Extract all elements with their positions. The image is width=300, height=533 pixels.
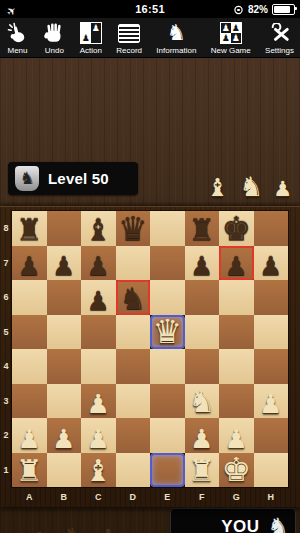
captured-white-bishop: ♝ (207, 175, 229, 200)
square-b1[interactable] (47, 453, 82, 488)
square-e3[interactable] (150, 384, 185, 419)
square-h1[interactable] (254, 453, 289, 488)
wood-background: ♞ Level 50 ♝♞♟ 87654321 ♜♝♛♜♚♟♟♟♟♟♟♟♞♛♟♞… (0, 58, 300, 533)
status-bar: ✈ 16:51 82% (0, 0, 300, 18)
square-e7[interactable] (150, 246, 185, 281)
toolbar-item-action[interactable]: ♟♟Action (80, 15, 102, 57)
white-bishop-c1[interactable]: ♝ (85, 456, 112, 486)
square-d1[interactable] (116, 453, 151, 488)
square-g6[interactable] (219, 280, 254, 315)
file-label-g: G (219, 488, 254, 506)
black-pawn-b7[interactable]: ♟ (52, 253, 75, 279)
square-c7[interactable]: ♟ (81, 246, 116, 281)
toolbar-item-menu[interactable]: Menu (6, 15, 29, 57)
file-labels: ABCDEFGH (12, 488, 288, 506)
white-knight-emblem-icon: ♞ (267, 515, 289, 533)
toolbar-item-label: Action (80, 46, 102, 55)
toolbar-item-record[interactable]: Record (116, 15, 142, 57)
square-d2[interactable] (116, 418, 151, 453)
rank-label-5: 5 (0, 315, 12, 350)
toolbar-item-settings[interactable]: Settings (265, 15, 294, 57)
white-pawn-g2[interactable]: ♟ (225, 426, 248, 452)
white-pawn-c3[interactable]: ♟ (87, 391, 110, 417)
square-c5[interactable] (81, 315, 116, 350)
toolbar-item-newgame[interactable]: ♟♟♟♟New Game (211, 15, 251, 57)
square-g5[interactable] (219, 315, 254, 350)
file-label-h: H (254, 488, 289, 506)
toolbar-item-undo[interactable]: Undo (43, 15, 65, 57)
file-label-e: E (150, 488, 185, 506)
square-c6[interactable]: ♟ (81, 280, 116, 315)
square-e5[interactable]: ♛ (150, 315, 185, 350)
square-d3[interactable] (116, 384, 151, 419)
black-knight-emblem-icon: ♞ (15, 166, 39, 191)
square-g1[interactable]: ♚ (219, 453, 254, 488)
file-label-d: D (116, 488, 151, 506)
opponent-badge: ♞ Level 50 (8, 162, 138, 195)
captured-white-knight: ♞ (239, 173, 263, 200)
battery-icon (272, 4, 295, 15)
black-pawn-c7[interactable]: ♟ (87, 253, 110, 279)
chess-board: 87654321 ♜♝♛♜♚♟♟♟♟♟♟♟♞♛♟♞♟♟♟♟♟♟♜♝♜♚ ABCD… (0, 206, 300, 507)
file-label-a: A (12, 488, 47, 506)
black-pawn-f7[interactable]: ♟ (190, 253, 213, 279)
square-b7[interactable]: ♟ (47, 246, 82, 281)
player-label: YOU (221, 517, 259, 533)
toolbar-item-label: New Game (211, 46, 251, 55)
square-a5[interactable] (12, 315, 47, 350)
palm-hand-icon (43, 21, 65, 45)
white-rook-f1[interactable]: ♜ (188, 456, 215, 486)
black-king-g8[interactable]: ♚ (221, 212, 251, 245)
orientation-lock-icon (233, 4, 244, 15)
square-g7[interactable]: ♟ (219, 246, 254, 281)
square-b2[interactable]: ♟ (47, 418, 82, 453)
white-pawn-h3[interactable]: ♟ (259, 391, 282, 417)
black-bishop-c8[interactable]: ♝ (85, 215, 112, 245)
square-d4[interactable] (116, 349, 151, 384)
file-label-b: B (47, 488, 82, 506)
square-d6[interactable]: ♞ (116, 280, 151, 315)
white-pawn-a2[interactable]: ♟ (18, 426, 41, 452)
square-h3[interactable]: ♟ (254, 384, 289, 419)
black-rook-f8[interactable]: ♜ (188, 215, 215, 245)
square-a3[interactable] (12, 384, 47, 419)
square-c2[interactable]: ♟ (81, 418, 116, 453)
square-e4[interactable] (150, 349, 185, 384)
rank-label-2: 2 (0, 418, 12, 453)
square-a1[interactable]: ♜ (12, 453, 47, 488)
battery-percent: 82% (248, 4, 268, 15)
square-e6[interactable] (150, 280, 185, 315)
black-rook-a8[interactable]: ♜ (16, 215, 43, 245)
square-f1[interactable]: ♜ (185, 453, 220, 488)
white-rook-a1[interactable]: ♜ (16, 456, 43, 486)
captured-black-tray: ♟♞♝ (30, 506, 119, 533)
board-squares: ♜♝♛♜♚♟♟♟♟♟♟♟♞♛♟♞♟♟♟♟♟♟♜♝♜♚ (12, 211, 288, 487)
toolbar-item-information[interactable]: ♞Information (156, 15, 196, 57)
toolbar-item-label: Information (156, 46, 196, 55)
square-f4[interactable] (185, 349, 220, 384)
rank-label-6: 6 (0, 280, 12, 315)
square-f8[interactable]: ♜ (185, 211, 220, 246)
square-g3[interactable] (219, 384, 254, 419)
black-queen-d8[interactable]: ♛ (118, 212, 148, 245)
square-b5[interactable] (47, 315, 82, 350)
captured-black-knight: ♞ (61, 525, 85, 533)
opponent-label: Level 50 (48, 170, 109, 187)
toolbar-item-label: Record (116, 46, 142, 55)
square-g8[interactable]: ♚ (219, 211, 254, 246)
square-f2[interactable]: ♟ (185, 418, 220, 453)
square-h4[interactable] (254, 349, 289, 384)
square-a8[interactable]: ♜ (12, 211, 47, 246)
rank-label-1: 1 (0, 453, 12, 488)
rank-label-8: 8 (0, 211, 12, 246)
toolbar-item-label: Undo (45, 46, 64, 55)
square-e1[interactable] (150, 453, 185, 488)
white-king-g1[interactable]: ♚ (221, 453, 251, 486)
square-a4[interactable] (12, 349, 47, 384)
rank-label-4: 4 (0, 349, 12, 384)
square-h2[interactable] (254, 418, 289, 453)
white-pawn-f2[interactable]: ♟ (190, 426, 213, 452)
white-pawn-b2[interactable]: ♟ (52, 426, 75, 452)
square-h8[interactable] (254, 211, 289, 246)
square-g2[interactable]: ♟ (219, 418, 254, 453)
square-a6[interactable] (12, 280, 47, 315)
square-a7[interactable]: ♟ (12, 246, 47, 281)
black-pawn-a7[interactable]: ♟ (18, 253, 41, 279)
square-h5[interactable] (254, 315, 289, 350)
square-c8[interactable]: ♝ (81, 211, 116, 246)
square-f6[interactable] (185, 280, 220, 315)
tap-hand-icon (6, 21, 29, 45)
square-g4[interactable] (219, 349, 254, 384)
square-b6[interactable] (47, 280, 82, 315)
square-a2[interactable]: ♟ (12, 418, 47, 453)
rank-label-3: 3 (0, 384, 12, 419)
file-label-f: F (185, 488, 220, 506)
square-d5[interactable] (116, 315, 151, 350)
black-pawn-h7[interactable]: ♟ (259, 253, 282, 279)
tools-icon (269, 21, 291, 45)
file-label-c: C (81, 488, 116, 506)
mini-board-2-icon: ♟♟ (80, 21, 102, 45)
player-badge: YOU ♞ (170, 508, 296, 533)
white-pawn-c2[interactable]: ♟ (87, 426, 110, 452)
square-f5[interactable] (185, 315, 220, 350)
square-e8[interactable] (150, 211, 185, 246)
knight-icon: ♞ (166, 21, 186, 45)
toolbar-item-label: Menu (7, 46, 27, 55)
square-b3[interactable] (47, 384, 82, 419)
captured-black-bishop: ♝ (97, 527, 119, 533)
mini-board-4-icon: ♟♟♟♟ (220, 21, 242, 45)
square-c1[interactable]: ♝ (81, 453, 116, 488)
square-f3[interactable]: ♞ (185, 384, 220, 419)
white-knight-f3[interactable]: ♞ (188, 387, 215, 417)
square-d8[interactable]: ♛ (116, 211, 151, 246)
black-pawn-c6[interactable]: ♟ (87, 288, 110, 314)
black-pawn-g7[interactable]: ♟ (225, 253, 248, 279)
white-queen-e5[interactable]: ♛ (152, 315, 182, 348)
rank-labels: 87654321 (0, 211, 12, 487)
captured-white-tray: ♝♞♟ (207, 154, 292, 200)
square-b4[interactable] (47, 349, 82, 384)
square-h6[interactable] (254, 280, 289, 315)
square-f7[interactable]: ♟ (185, 246, 220, 281)
square-b8[interactable] (47, 211, 82, 246)
black-knight-d6[interactable]: ♞ (119, 284, 146, 314)
rank-label-7: 7 (0, 246, 12, 281)
square-e2[interactable] (150, 418, 185, 453)
document-lines-icon (118, 21, 140, 45)
captured-white-pawn: ♟ (273, 179, 292, 200)
square-h7[interactable]: ♟ (254, 246, 289, 281)
square-c3[interactable]: ♟ (81, 384, 116, 419)
toolbar-item-label: Settings (265, 46, 294, 55)
toolbar: Menu Undo♟♟ActionRecord♞Information♟♟♟♟N… (0, 18, 300, 58)
square-d7[interactable] (116, 246, 151, 281)
square-c4[interactable] (81, 349, 116, 384)
